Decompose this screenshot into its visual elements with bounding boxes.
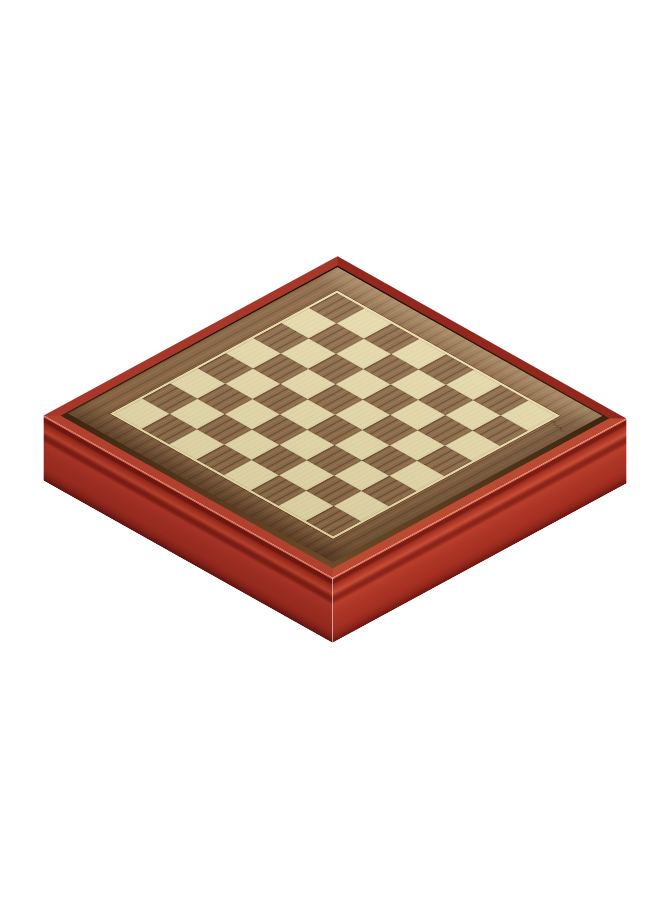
square-r3c7 [417, 446, 472, 476]
chess-board-box [44, 256, 627, 578]
square-r7c7 [306, 506, 361, 536]
square-r2c6 [418, 415, 473, 445]
square-r3c6 [390, 430, 445, 460]
square-r6c2 [197, 414, 252, 444]
square-r4c5 [335, 430, 390, 460]
square-r6c5 [279, 460, 334, 490]
square-r2c7 [445, 431, 500, 461]
square-r3c5 [362, 415, 417, 445]
square-r4c6 [362, 445, 417, 475]
square-r7c6 [278, 491, 333, 521]
square-r5c4 [279, 430, 334, 460]
square-r7c1 [142, 414, 197, 444]
square-r5c7 [361, 476, 416, 506]
square-r4c7 [389, 461, 444, 491]
square-r4c4 [307, 415, 362, 445]
square-r5c6 [334, 460, 389, 490]
product-photo [0, 0, 660, 900]
square-r6c3 [224, 429, 279, 459]
square-r1c7 [473, 415, 528, 445]
square-r5c3 [252, 414, 307, 444]
square-r6c7 [334, 491, 389, 521]
square-r7c4 [224, 460, 279, 490]
maker-mark-icon [545, 418, 570, 434]
square-r6c4 [252, 445, 307, 475]
square-r6c6 [306, 476, 361, 506]
square-r7c5 [251, 475, 306, 505]
square-r7c3 [196, 445, 251, 475]
square-r5c5 [307, 445, 362, 475]
square-r7c2 [169, 429, 224, 459]
